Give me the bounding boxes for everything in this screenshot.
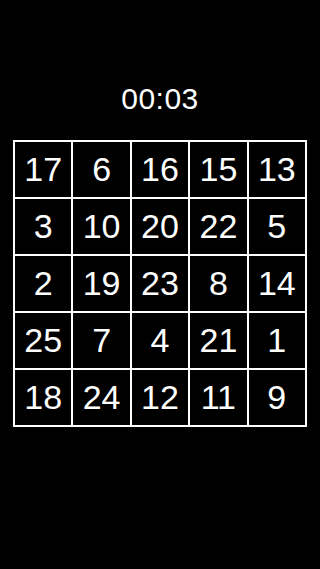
cell-r5c4[interactable]: 11: [189, 369, 247, 426]
cell-r2c5[interactable]: 5: [248, 198, 306, 255]
cell-r4c2[interactable]: 7: [72, 312, 130, 369]
cell-r3c1[interactable]: 2: [14, 255, 72, 312]
cell-r1c1[interactable]: 17: [14, 141, 72, 198]
cell-r1c4[interactable]: 15: [189, 141, 247, 198]
cell-r3c4[interactable]: 8: [189, 255, 247, 312]
cell-r2c1[interactable]: 3: [14, 198, 72, 255]
game-screen: 00:03 1761615133102022521923814257421118…: [0, 0, 320, 569]
timer-display: 00:03: [0, 84, 320, 114]
cell-r1c2[interactable]: 6: [72, 141, 130, 198]
cell-r4c1[interactable]: 25: [14, 312, 72, 369]
cell-r1c5[interactable]: 13: [248, 141, 306, 198]
cell-r4c4[interactable]: 21: [189, 312, 247, 369]
cell-r3c2[interactable]: 19: [72, 255, 130, 312]
cell-r2c2[interactable]: 10: [72, 198, 130, 255]
cell-r1c3[interactable]: 16: [131, 141, 189, 198]
cell-r5c1[interactable]: 18: [14, 369, 72, 426]
number-grid: 1761615133102022521923814257421118241211…: [13, 140, 307, 427]
cell-r5c5[interactable]: 9: [248, 369, 306, 426]
cell-r3c5[interactable]: 14: [248, 255, 306, 312]
cell-r5c3[interactable]: 12: [131, 369, 189, 426]
cell-r2c3[interactable]: 20: [131, 198, 189, 255]
cell-r5c2[interactable]: 24: [72, 369, 130, 426]
cell-r3c3[interactable]: 23: [131, 255, 189, 312]
cell-r2c4[interactable]: 22: [189, 198, 247, 255]
cell-r4c5[interactable]: 1: [248, 312, 306, 369]
cell-r4c3[interactable]: 4: [131, 312, 189, 369]
